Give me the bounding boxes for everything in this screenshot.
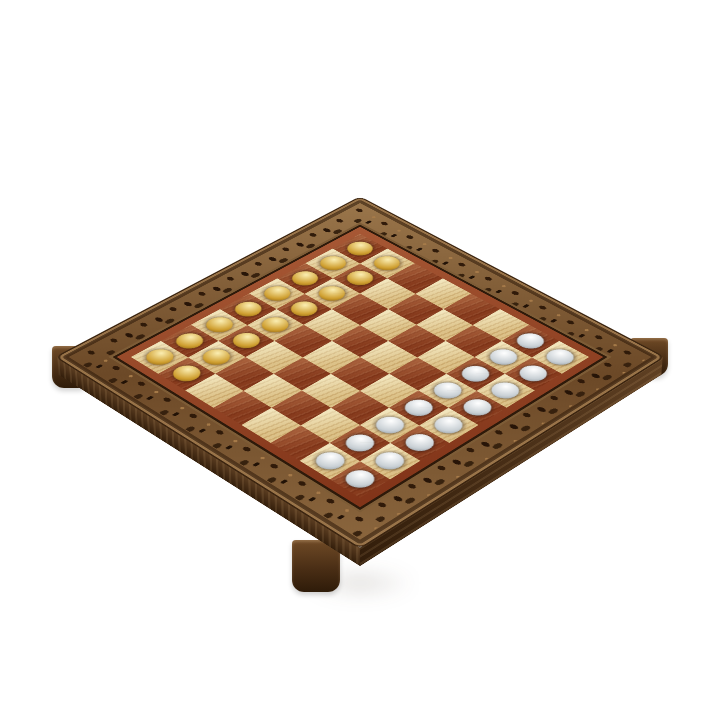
- piece-glyph: ♜: [286, 420, 435, 486]
- piece-glyph: ♟: [116, 323, 257, 379]
- chess-board: ♜♞♝♛♚♝♞♜♟♟♟♟♟♟♟♟♟♟♟♟♟♟♟♟♜♞♝♛♚♝♞♜: [57, 198, 662, 548]
- studio-backdrop: ♜♞♝♛♚♝♞♜♟♟♟♟♟♟♟♟♟♟♟♟♟♟♟♟♜♞♝♛♚♝♞♜: [0, 0, 720, 720]
